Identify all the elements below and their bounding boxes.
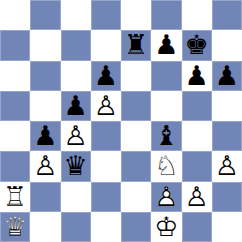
square-f1[interactable]: ♚♔ xyxy=(151,212,181,242)
square-d2[interactable] xyxy=(91,182,121,212)
square-d5[interactable]: ♟♙ xyxy=(91,91,121,121)
black-pawn[interactable]: ♟ xyxy=(91,61,121,91)
square-h2[interactable] xyxy=(212,182,242,212)
piece-glyph: ♟ xyxy=(91,62,121,89)
square-g5[interactable] xyxy=(182,91,212,121)
black-king[interactable]: ♚ xyxy=(182,30,212,60)
square-c4[interactable]: ♟♙ xyxy=(61,121,91,151)
square-g4[interactable] xyxy=(182,121,212,151)
square-a1[interactable]: ♛♕ xyxy=(0,212,30,242)
white-queen[interactable]: ♛♕ xyxy=(0,212,30,242)
piece-glyph: ♖ xyxy=(0,183,30,210)
square-a4[interactable] xyxy=(0,121,30,151)
piece-glyph: ♟ xyxy=(61,92,91,119)
square-e7[interactable]: ♜ xyxy=(121,30,151,60)
square-f5[interactable] xyxy=(151,91,181,121)
piece-glyph: ♟ xyxy=(151,31,181,58)
piece-glyph: ♙ xyxy=(182,183,212,210)
black-pawn[interactable]: ♟ xyxy=(30,121,60,151)
chess-board: ♜♟♚♟♟♟♟♟♙♟♟♙♝♟♙♛♞♘♟♙♜♖♟♙♟♙♛♕♚♔ xyxy=(0,0,242,242)
square-h8[interactable] xyxy=(212,0,242,30)
square-f2[interactable]: ♟♙ xyxy=(151,182,181,212)
black-pawn[interactable]: ♟ xyxy=(151,30,181,60)
piece-glyph: ♙ xyxy=(212,152,242,179)
white-king[interactable]: ♚♔ xyxy=(151,212,181,242)
square-a5[interactable] xyxy=(0,91,30,121)
square-e5[interactable] xyxy=(121,91,151,121)
piece-glyph: ♘ xyxy=(151,152,181,179)
square-g8[interactable] xyxy=(182,0,212,30)
white-pawn[interactable]: ♟♙ xyxy=(61,121,91,151)
square-b1[interactable] xyxy=(30,212,60,242)
black-queen[interactable]: ♛ xyxy=(61,151,91,181)
square-a7[interactable] xyxy=(0,30,30,60)
square-a6[interactable] xyxy=(0,61,30,91)
square-g3[interactable] xyxy=(182,151,212,181)
square-d4[interactable] xyxy=(91,121,121,151)
square-h6[interactable]: ♟ xyxy=(212,61,242,91)
black-bishop[interactable]: ♝ xyxy=(151,121,181,151)
piece-glyph: ♚ xyxy=(182,31,212,58)
white-rook[interactable]: ♜♖ xyxy=(0,182,30,212)
square-b8[interactable] xyxy=(30,0,60,30)
piece-glyph: ♔ xyxy=(151,213,181,240)
square-d7[interactable] xyxy=(91,30,121,60)
square-h1[interactable] xyxy=(212,212,242,242)
square-a2[interactable]: ♜♖ xyxy=(0,182,30,212)
square-b7[interactable] xyxy=(30,30,60,60)
square-f6[interactable] xyxy=(151,61,181,91)
square-e8[interactable] xyxy=(121,0,151,30)
square-e1[interactable] xyxy=(121,212,151,242)
square-a8[interactable] xyxy=(0,0,30,30)
square-e4[interactable] xyxy=(121,121,151,151)
square-f7[interactable]: ♟ xyxy=(151,30,181,60)
square-c1[interactable] xyxy=(61,212,91,242)
piece-glyph: ♛ xyxy=(61,152,91,179)
square-c5[interactable]: ♟ xyxy=(61,91,91,121)
square-b6[interactable] xyxy=(30,61,60,91)
black-pawn[interactable]: ♟ xyxy=(212,61,242,91)
white-pawn[interactable]: ♟♙ xyxy=(151,182,181,212)
square-h4[interactable] xyxy=(212,121,242,151)
square-c6[interactable] xyxy=(61,61,91,91)
square-c3[interactable]: ♛ xyxy=(61,151,91,181)
square-d1[interactable] xyxy=(91,212,121,242)
white-pawn[interactable]: ♟♙ xyxy=(91,91,121,121)
square-e3[interactable] xyxy=(121,151,151,181)
square-g2[interactable]: ♟♙ xyxy=(182,182,212,212)
square-d3[interactable] xyxy=(91,151,121,181)
square-b4[interactable]: ♟ xyxy=(30,121,60,151)
square-h5[interactable] xyxy=(212,91,242,121)
square-g1[interactable] xyxy=(182,212,212,242)
chess-board-container: ♜♟♚♟♟♟♟♟♙♟♟♙♝♟♙♛♞♘♟♙♜♖♟♙♟♙♛♕♚♔ xyxy=(0,0,242,242)
square-c8[interactable] xyxy=(61,0,91,30)
white-pawn[interactable]: ♟♙ xyxy=(30,151,60,181)
square-f3[interactable]: ♞♘ xyxy=(151,151,181,181)
square-c2[interactable] xyxy=(61,182,91,212)
piece-glyph: ♕ xyxy=(0,213,30,240)
square-b5[interactable] xyxy=(30,91,60,121)
square-f4[interactable]: ♝ xyxy=(151,121,181,151)
black-pawn[interactable]: ♟ xyxy=(182,61,212,91)
piece-glyph: ♜ xyxy=(121,31,151,58)
square-e6[interactable] xyxy=(121,61,151,91)
piece-glyph: ♙ xyxy=(30,152,60,179)
square-f8[interactable] xyxy=(151,0,181,30)
piece-glyph: ♟ xyxy=(182,62,212,89)
piece-glyph: ♙ xyxy=(151,183,181,210)
square-e2[interactable] xyxy=(121,182,151,212)
white-knight[interactable]: ♞♘ xyxy=(151,151,181,181)
white-pawn[interactable]: ♟♙ xyxy=(212,151,242,181)
square-b2[interactable] xyxy=(30,182,60,212)
piece-glyph: ♟ xyxy=(30,122,60,149)
black-pawn[interactable]: ♟ xyxy=(61,91,91,121)
piece-glyph: ♝ xyxy=(151,122,181,149)
square-d8[interactable] xyxy=(91,0,121,30)
square-g7[interactable]: ♚ xyxy=(182,30,212,60)
square-h3[interactable]: ♟♙ xyxy=(212,151,242,181)
white-pawn[interactable]: ♟♙ xyxy=(182,182,212,212)
square-g6[interactable]: ♟ xyxy=(182,61,212,91)
square-a3[interactable] xyxy=(0,151,30,181)
piece-glyph: ♙ xyxy=(91,92,121,119)
square-h7[interactable] xyxy=(212,30,242,60)
piece-glyph: ♙ xyxy=(61,122,91,149)
black-rook[interactable]: ♜ xyxy=(121,30,151,60)
square-b3[interactable]: ♟♙ xyxy=(30,151,60,181)
piece-glyph: ♟ xyxy=(212,62,242,89)
square-c7[interactable] xyxy=(61,30,91,60)
square-d6[interactable]: ♟ xyxy=(91,61,121,91)
